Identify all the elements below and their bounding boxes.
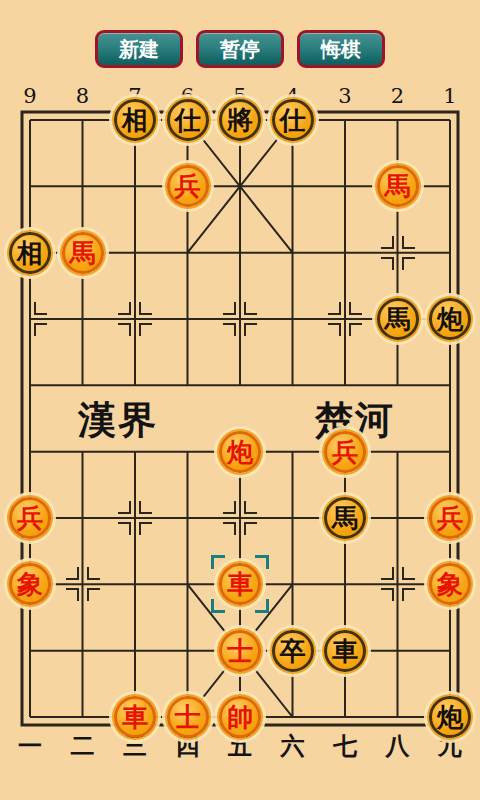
point-marker-corner <box>118 501 131 514</box>
piece-black-cannon[interactable]: 炮 <box>429 298 471 340</box>
point-marker-corner <box>34 323 47 336</box>
point-marker-corner <box>402 588 415 601</box>
selection-corner <box>211 555 225 569</box>
piece-black-general[interactable]: 將 <box>219 99 261 141</box>
point-marker-corner <box>402 257 415 270</box>
point-marker-corner <box>402 567 415 580</box>
point-marker-corner <box>381 567 394 580</box>
piece-black-elephant[interactable]: 相 <box>9 232 51 274</box>
point-marker-corner <box>118 323 131 336</box>
piece-black-advisor[interactable]: 仕 <box>167 99 209 141</box>
piece-black-horse[interactable]: 馬 <box>377 298 419 340</box>
piece-red-general[interactable]: 帥 <box>219 696 261 738</box>
piece-red-elephant[interactable]: 象 <box>429 563 471 605</box>
piece-red-pawn[interactable]: 兵 <box>167 165 209 207</box>
piece-red-advisor[interactable]: 士 <box>219 630 261 672</box>
piece-red-pawn[interactable]: 兵 <box>9 497 51 539</box>
point-marker-corner <box>223 302 236 315</box>
point-marker-corner <box>139 323 152 336</box>
piece-black-pawn[interactable]: 卒 <box>272 630 314 672</box>
point-marker-corner <box>118 522 131 535</box>
point-marker-corner <box>244 522 257 535</box>
file-label-bottom: 八 <box>386 730 410 762</box>
piece-red-pawn[interactable]: 兵 <box>324 431 366 473</box>
piece-red-elephant[interactable]: 象 <box>9 563 51 605</box>
piece-red-cannon[interactable]: 炮 <box>219 431 261 473</box>
selection-corner <box>211 599 225 613</box>
app-screen: 新建 暂停 悔棋 987654321 一二三四五六七八九 漢界 楚河 相仕將仕兵… <box>0 0 480 800</box>
point-marker-corner <box>139 501 152 514</box>
file-label-top: 8 <box>76 84 89 108</box>
piece-black-horse[interactable]: 馬 <box>324 497 366 539</box>
point-marker-corner <box>381 588 394 601</box>
point-marker-corner <box>66 588 79 601</box>
file-label-bottom: 六 <box>281 730 305 762</box>
point-marker-corner <box>244 323 257 336</box>
point-marker-corner <box>139 302 152 315</box>
file-label-bottom: 一 <box>18 730 42 762</box>
point-marker-corner <box>223 501 236 514</box>
point-marker-corner <box>244 302 257 315</box>
point-marker-corner <box>349 302 362 315</box>
point-marker-corner <box>244 501 257 514</box>
file-label-bottom: 七 <box>333 730 357 762</box>
piece-red-horse[interactable]: 馬 <box>377 165 419 207</box>
selection-corner <box>255 599 269 613</box>
piece-black-chariot[interactable]: 車 <box>324 630 366 672</box>
piece-red-advisor[interactable]: 士 <box>167 696 209 738</box>
piece-red-pawn[interactable]: 兵 <box>429 497 471 539</box>
piece-black-advisor[interactable]: 仕 <box>272 99 314 141</box>
file-label-top: 2 <box>391 84 404 108</box>
piece-black-elephant[interactable]: 相 <box>114 99 156 141</box>
point-marker-corner <box>402 236 415 249</box>
point-marker-corner <box>381 236 394 249</box>
point-marker-corner <box>223 323 236 336</box>
point-marker-corner <box>87 567 100 580</box>
piece-red-chariot[interactable]: 車 <box>114 696 156 738</box>
point-marker-corner <box>223 522 236 535</box>
point-marker-corner <box>349 323 362 336</box>
selection-corner <box>255 555 269 569</box>
file-label-top: 9 <box>23 84 36 108</box>
piece-red-horse[interactable]: 馬 <box>62 232 104 274</box>
file-label-bottom: 二 <box>71 730 95 762</box>
file-label-top: 3 <box>338 84 351 108</box>
point-marker-corner <box>139 522 152 535</box>
file-label-top: 1 <box>443 84 456 108</box>
point-marker-corner <box>328 302 341 315</box>
piece-black-cannon[interactable]: 炮 <box>429 696 471 738</box>
point-marker-corner <box>118 302 131 315</box>
xiangqi-board[interactable]: 987654321 一二三四五六七八九 漢界 楚河 相仕將仕兵馬相馬馬炮炮兵兵馬… <box>0 0 480 800</box>
river-label-left: 漢界 <box>78 398 158 442</box>
point-marker-corner <box>34 302 47 315</box>
point-marker-corner <box>328 323 341 336</box>
point-marker-corner <box>66 567 79 580</box>
point-marker-corner <box>381 257 394 270</box>
point-marker-corner <box>87 588 100 601</box>
